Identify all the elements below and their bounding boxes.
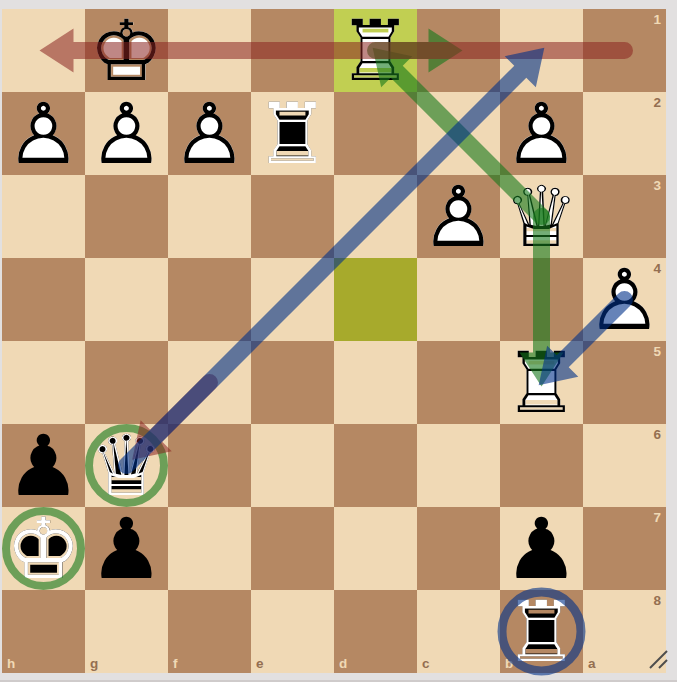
white-pawn-glyph: ♟ — [89, 92, 164, 176]
square-d2[interactable] — [334, 92, 417, 175]
square-f5[interactable] — [168, 341, 251, 424]
square-a7[interactable]: 7 — [583, 507, 666, 590]
square-h7[interactable]: ♚♔ — [2, 507, 85, 590]
square-b3[interactable]: ♛♕ — [500, 175, 583, 258]
square-h3[interactable] — [2, 175, 85, 258]
white-rook-b5[interactable]: ♜♖ — [500, 341, 583, 424]
square-a6[interactable]: 6 — [583, 424, 666, 507]
square-c4[interactable] — [417, 258, 500, 341]
white-rook-d1[interactable]: ♜♖ — [334, 9, 417, 92]
black-rook-b8[interactable]: ♜♖ — [500, 590, 583, 673]
square-e6[interactable] — [251, 424, 334, 507]
file-label-h: h — [7, 656, 15, 671]
square-e8[interactable]: e — [251, 590, 334, 673]
square-g4[interactable] — [85, 258, 168, 341]
square-c8[interactable]: c — [417, 590, 500, 673]
white-pawn-g2[interactable]: ♟♙ — [85, 92, 168, 175]
square-d5[interactable] — [334, 341, 417, 424]
square-e5[interactable] — [251, 341, 334, 424]
square-e2[interactable]: ♜♖ — [251, 92, 334, 175]
square-b1[interactable] — [500, 9, 583, 92]
white-pawn-outline: ♙ — [6, 92, 81, 176]
white-pawn-outline: ♙ — [421, 175, 496, 259]
black-pawn-glyph: ♟ — [89, 507, 164, 591]
square-c6[interactable] — [417, 424, 500, 507]
black-rook-glyph: ♜ — [504, 590, 579, 674]
square-b6[interactable] — [500, 424, 583, 507]
white-pawn-a4[interactable]: ♟♙ — [583, 258, 666, 341]
black-queen-g6[interactable]: ♛♕ — [85, 424, 168, 507]
chessboard-window: ♚♔♜♖1♟♙♟♙♟♙♜♖♟♙2♟♙♛♕34♟♙♜♖5♟♛♕6♚♔♟♟7hgfe… — [0, 0, 677, 682]
square-g1[interactable]: ♚♔ — [85, 9, 168, 92]
white-pawn-glyph: ♟ — [6, 92, 81, 176]
white-pawn-outline: ♙ — [89, 92, 164, 176]
black-pawn-b7[interactable]: ♟ — [500, 507, 583, 590]
square-f7[interactable] — [168, 507, 251, 590]
white-pawn-h2[interactable]: ♟♙ — [2, 92, 85, 175]
square-c2[interactable] — [417, 92, 500, 175]
square-h4[interactable] — [2, 258, 85, 341]
square-c1[interactable] — [417, 9, 500, 92]
white-pawn-b2[interactable]: ♟♙ — [500, 92, 583, 175]
square-a3[interactable]: 3 — [583, 175, 666, 258]
square-f3[interactable] — [168, 175, 251, 258]
black-pawn-glyph: ♟ — [504, 507, 579, 591]
square-b7[interactable]: ♟ — [500, 507, 583, 590]
white-pawn-glyph: ♟ — [421, 175, 496, 259]
square-d3[interactable] — [334, 175, 417, 258]
black-rook-e2[interactable]: ♜♖ — [251, 92, 334, 175]
square-g7[interactable]: ♟ — [85, 507, 168, 590]
white-pawn-outline: ♙ — [587, 258, 662, 342]
white-pawn-outline: ♙ — [504, 92, 579, 176]
white-queen-outline: ♕ — [504, 175, 579, 259]
square-h8[interactable]: h — [2, 590, 85, 673]
square-b2[interactable]: ♟♙ — [500, 92, 583, 175]
white-pawn-glyph: ♟ — [172, 92, 247, 176]
black-queen-glyph: ♛ — [89, 424, 164, 508]
rank-label-3: 3 — [653, 178, 661, 193]
black-rook-outline: ♖ — [255, 92, 330, 176]
white-rook-glyph: ♜ — [338, 9, 413, 93]
square-c7[interactable] — [417, 507, 500, 590]
file-label-e: e — [256, 656, 264, 671]
square-f6[interactable] — [168, 424, 251, 507]
square-f2[interactable]: ♟♙ — [168, 92, 251, 175]
square-a2[interactable]: 2 — [583, 92, 666, 175]
rank-label-1: 1 — [653, 12, 661, 27]
square-e3[interactable] — [251, 175, 334, 258]
square-g8[interactable]: g — [85, 590, 168, 673]
file-label-a: a — [588, 656, 596, 671]
square-g3[interactable] — [85, 175, 168, 258]
white-pawn-glyph: ♟ — [587, 258, 662, 342]
white-rook-outline: ♖ — [338, 9, 413, 93]
square-g6[interactable]: ♛♕ — [85, 424, 168, 507]
square-f1[interactable] — [168, 9, 251, 92]
square-e1[interactable] — [251, 9, 334, 92]
square-a5[interactable]: 5 — [583, 341, 666, 424]
white-king-outline: ♔ — [89, 9, 164, 93]
file-label-c: c — [422, 656, 430, 671]
square-d6[interactable] — [334, 424, 417, 507]
square-b5[interactable]: ♜♖ — [500, 341, 583, 424]
square-h1[interactable] — [2, 9, 85, 92]
square-c5[interactable] — [417, 341, 500, 424]
square-a4[interactable]: 4♟♙ — [583, 258, 666, 341]
black-pawn-g7[interactable]: ♟ — [85, 507, 168, 590]
file-label-f: f — [173, 656, 178, 671]
white-pawn-f2[interactable]: ♟♙ — [168, 92, 251, 175]
square-h2[interactable]: ♟♙ — [2, 92, 85, 175]
black-rook-outline: ♖ — [504, 590, 579, 674]
square-c3[interactable]: ♟♙ — [417, 175, 500, 258]
rank-label-8: 8 — [653, 593, 661, 608]
white-rook-glyph: ♜ — [504, 341, 579, 425]
rank-label-6: 6 — [653, 427, 661, 442]
square-d4[interactable] — [334, 258, 417, 341]
square-h6[interactable]: ♟ — [2, 424, 85, 507]
black-king-outline: ♔ — [6, 507, 81, 591]
square-e4[interactable] — [251, 258, 334, 341]
white-pawn-outline: ♙ — [172, 92, 247, 176]
black-king-h7[interactable]: ♚♔ — [2, 507, 85, 590]
white-king-g1[interactable]: ♚♔ — [85, 9, 168, 92]
white-rook-outline: ♖ — [504, 341, 579, 425]
black-rook-glyph: ♜ — [255, 92, 330, 176]
white-pawn-c3[interactable]: ♟♙ — [417, 175, 500, 258]
square-f4[interactable] — [168, 258, 251, 341]
rank-label-7: 7 — [653, 510, 661, 525]
black-king-glyph: ♚ — [6, 507, 81, 591]
white-queen-glyph: ♛ — [504, 175, 579, 259]
square-g5[interactable] — [85, 341, 168, 424]
square-d8[interactable]: d — [334, 590, 417, 673]
last-move-highlight-d4 — [334, 258, 417, 341]
square-f8[interactable]: f — [168, 590, 251, 673]
square-b4[interactable] — [500, 258, 583, 341]
square-d7[interactable] — [334, 507, 417, 590]
chess-board[interactable]: ♚♔♜♖1♟♙♟♙♟♙♜♖♟♙2♟♙♛♕34♟♙♜♖5♟♛♕6♚♔♟♟7hgfe… — [2, 9, 666, 673]
square-e7[interactable] — [251, 507, 334, 590]
square-b8[interactable]: b♜♖ — [500, 590, 583, 673]
file-label-d: d — [339, 656, 347, 671]
white-queen-b3[interactable]: ♛♕ — [500, 175, 583, 258]
square-h5[interactable] — [2, 341, 85, 424]
square-a8[interactable]: 8a — [583, 590, 666, 673]
square-a1[interactable]: 1 — [583, 9, 666, 92]
rank-label-2: 2 — [653, 95, 661, 110]
black-pawn-h6[interactable]: ♟ — [2, 424, 85, 507]
rank-label-5: 5 — [653, 344, 661, 359]
square-d1[interactable]: ♜♖ — [334, 9, 417, 92]
white-pawn-glyph: ♟ — [504, 92, 579, 176]
square-g2[interactable]: ♟♙ — [85, 92, 168, 175]
file-label-g: g — [90, 656, 98, 671]
white-king-glyph: ♚ — [89, 9, 164, 93]
black-pawn-glyph: ♟ — [6, 424, 81, 508]
black-queen-outline: ♕ — [89, 424, 164, 508]
